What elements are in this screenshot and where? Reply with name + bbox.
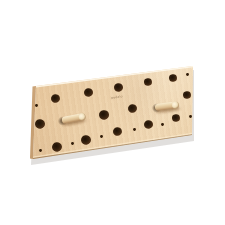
hole-small <box>70 142 73 145</box>
hole-large <box>143 120 153 129</box>
hole-small <box>100 135 103 138</box>
hole-small <box>188 115 191 118</box>
hole-small <box>38 148 41 151</box>
hole-large <box>83 87 93 96</box>
hole-large <box>51 141 62 152</box>
peg-end-cap <box>77 113 85 121</box>
product-photo: pedalo <box>0 0 225 225</box>
hole-small <box>185 73 188 76</box>
hole-small <box>132 128 135 131</box>
hole-large <box>99 109 110 119</box>
hole-small <box>161 123 164 126</box>
hole-large <box>113 82 123 91</box>
hole-small <box>35 103 38 106</box>
